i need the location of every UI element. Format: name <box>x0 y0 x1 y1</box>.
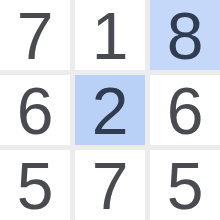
cell-r2c0[interactable]: 5 <box>0 150 70 220</box>
cell-r1c1[interactable]: 2 <box>75 75 145 145</box>
cell-r2c2[interactable]: 5 <box>150 150 220 220</box>
number-grid: 7 1 8 6 2 6 5 7 5 <box>0 0 220 220</box>
cell-r0c2[interactable]: 8 <box>150 0 220 70</box>
cell-r0c0[interactable]: 7 <box>0 0 70 70</box>
cell-r0c1[interactable]: 1 <box>75 0 145 70</box>
cell-r1c2[interactable]: 6 <box>150 75 220 145</box>
cell-r1c0[interactable]: 6 <box>0 75 70 145</box>
cell-r2c1[interactable]: 7 <box>75 150 145 220</box>
